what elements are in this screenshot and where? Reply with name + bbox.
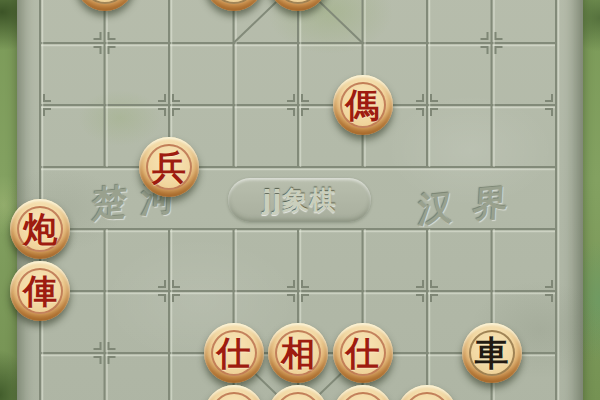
piece-face: 車 bbox=[469, 330, 515, 376]
piece-face bbox=[275, 0, 321, 4]
piece-red-chariot[interactable]: 俥 bbox=[10, 261, 70, 321]
xiangqi-game-screen: 楚河 汉界 jj象棋 傌兵炮俥仕相仕車 bbox=[0, 0, 600, 400]
piece-face: 俥 bbox=[17, 268, 63, 314]
piece-glyph: 相 bbox=[281, 336, 315, 370]
piece-face: 仕 bbox=[340, 330, 386, 376]
piece-face: 仕 bbox=[211, 330, 257, 376]
piece-red-advisor[interactable]: 仕 bbox=[333, 323, 393, 383]
piece-glyph: 俥 bbox=[23, 274, 57, 308]
piece-face bbox=[211, 0, 257, 4]
piece-glyph: 仕 bbox=[217, 336, 251, 370]
river-text-right: 汉界 bbox=[417, 183, 528, 228]
piece-face bbox=[275, 392, 321, 400]
piece-red-soldier[interactable]: 兵 bbox=[139, 137, 199, 197]
piece-face bbox=[404, 392, 450, 400]
piece-red-advisor[interactable]: 仕 bbox=[204, 323, 264, 383]
piece-red-elephant[interactable]: 相 bbox=[268, 323, 328, 383]
piece-glyph: 仕 bbox=[346, 336, 380, 370]
piece-glyph: 兵 bbox=[152, 150, 186, 184]
app-logo-plaque: jj象棋 bbox=[228, 178, 371, 222]
piece-face bbox=[211, 392, 257, 400]
piece-glyph: 炮 bbox=[23, 212, 57, 246]
piece-face: 炮 bbox=[17, 206, 63, 252]
piece-face: 相 bbox=[275, 330, 321, 376]
piece-face bbox=[340, 392, 386, 400]
piece-glyph: 車 bbox=[475, 336, 509, 370]
piece-red-horse[interactable]: 傌 bbox=[333, 75, 393, 135]
piece-face: 傌 bbox=[340, 82, 386, 128]
piece-face bbox=[82, 0, 128, 4]
piece-glyph: 傌 bbox=[346, 88, 380, 122]
piece-black-chariot[interactable]: 車 bbox=[462, 323, 522, 383]
app-logo-text: jj象棋 bbox=[263, 183, 337, 218]
piece-face: 兵 bbox=[146, 144, 192, 190]
piece-red-cannon[interactable]: 炮 bbox=[10, 199, 70, 259]
